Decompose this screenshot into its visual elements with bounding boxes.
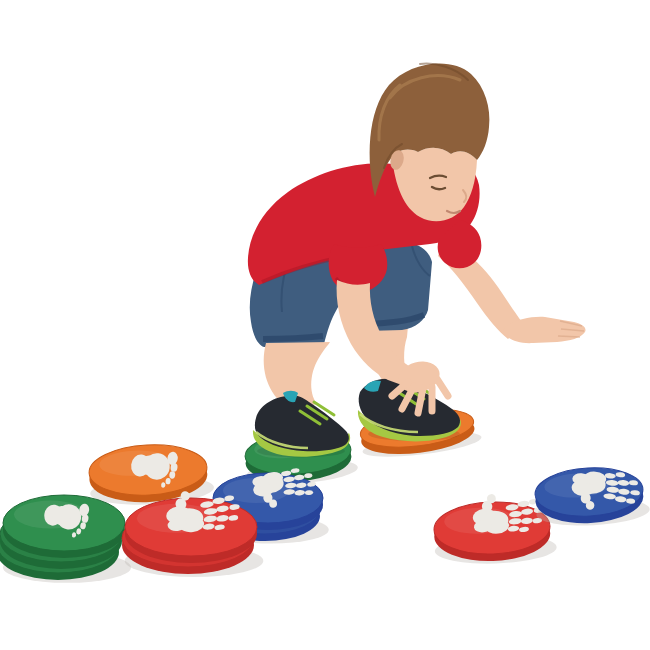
scene-svg: [0, 0, 650, 650]
disc-stack-green-footprint: [0, 495, 131, 583]
disc-blue-handprint-right: [534, 464, 650, 528]
product-photo-scene: [0, 0, 650, 650]
child-figure: [248, 63, 586, 457]
left-shoe-upper: [255, 395, 349, 451]
